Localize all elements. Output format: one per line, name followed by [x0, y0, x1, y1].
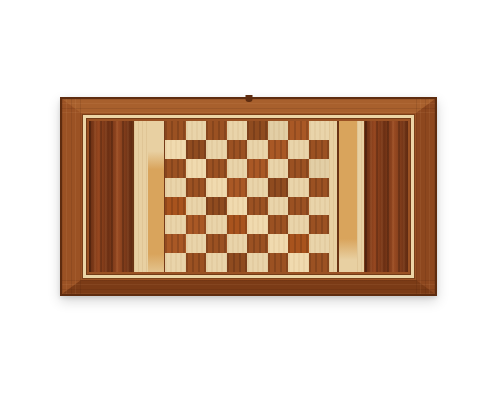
- square-f7: [268, 140, 289, 159]
- square-a8: [165, 121, 186, 140]
- square-c7: [206, 140, 227, 159]
- square-h8: [309, 121, 330, 140]
- square-f4: [268, 197, 289, 216]
- square-f5: [268, 178, 289, 197]
- square-d5: [227, 178, 248, 197]
- square-c2: [206, 234, 227, 253]
- square-h3: [309, 215, 330, 234]
- left-separator-line: [132, 121, 134, 272]
- square-b3: [186, 215, 207, 234]
- square-e8: [247, 121, 268, 140]
- square-f3: [268, 215, 289, 234]
- square-a4: [165, 197, 186, 216]
- square-g1: [288, 253, 309, 272]
- square-e2: [247, 234, 268, 253]
- square-e1: [247, 253, 268, 272]
- square-c3: [206, 215, 227, 234]
- square-b2: [186, 234, 207, 253]
- square-d2: [227, 234, 248, 253]
- square-c8: [206, 121, 227, 140]
- square-e6: [247, 159, 268, 178]
- photo-background: [0, 0, 500, 400]
- square-d6: [227, 159, 248, 178]
- square-b5: [186, 178, 207, 197]
- board-inner: [89, 121, 408, 272]
- square-h5: [309, 178, 330, 197]
- right-mahogany-panel: [365, 121, 408, 272]
- square-h2: [309, 234, 330, 253]
- right-separator-line: [337, 121, 339, 272]
- square-e7: [247, 140, 268, 159]
- right-cream-strip-near: [329, 121, 337, 272]
- square-e5: [247, 178, 268, 197]
- checkerboard: [165, 121, 329, 272]
- square-b8: [186, 121, 207, 140]
- square-d1: [227, 253, 248, 272]
- square-c4: [206, 197, 227, 216]
- right-tan-strip: [339, 121, 357, 272]
- square-a3: [165, 215, 186, 234]
- inlay-border: [83, 115, 414, 278]
- hinge-notch: [245, 95, 252, 102]
- square-e3: [247, 215, 268, 234]
- square-h7: [309, 140, 330, 159]
- square-b7: [186, 140, 207, 159]
- right-panel-edge-line: [364, 121, 365, 272]
- left-cream-strip: [134, 121, 148, 272]
- right-cream-strip-far: [357, 121, 364, 272]
- square-d8: [227, 121, 248, 140]
- square-a1: [165, 253, 186, 272]
- square-e4: [247, 197, 268, 216]
- square-d7: [227, 140, 248, 159]
- square-f8: [268, 121, 289, 140]
- square-g6: [288, 159, 309, 178]
- left-tan-strip: [148, 121, 164, 272]
- square-b6: [186, 159, 207, 178]
- square-d4: [227, 197, 248, 216]
- square-d3: [227, 215, 248, 234]
- square-g2: [288, 234, 309, 253]
- left-mahogany-panel: [89, 121, 132, 272]
- square-a2: [165, 234, 186, 253]
- square-c6: [206, 159, 227, 178]
- square-h6: [309, 159, 330, 178]
- square-g7: [288, 140, 309, 159]
- square-h4: [309, 197, 330, 216]
- game-board: [60, 97, 437, 296]
- square-f1: [268, 253, 289, 272]
- square-b1: [186, 253, 207, 272]
- square-a5: [165, 178, 186, 197]
- square-g8: [288, 121, 309, 140]
- square-b4: [186, 197, 207, 216]
- square-h1: [309, 253, 330, 272]
- square-a7: [165, 140, 186, 159]
- square-c1: [206, 253, 227, 272]
- square-f6: [268, 159, 289, 178]
- square-c5: [206, 178, 227, 197]
- square-g5: [288, 178, 309, 197]
- square-g4: [288, 197, 309, 216]
- square-g3: [288, 215, 309, 234]
- square-f2: [268, 234, 289, 253]
- square-a6: [165, 159, 186, 178]
